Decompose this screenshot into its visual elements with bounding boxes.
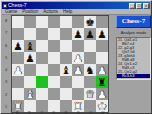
- square-b5[interactable]: ♟: [24, 52, 36, 64]
- file-label-c: C: [36, 111, 48, 114]
- square-g8[interactable]: ♚: [84, 16, 96, 28]
- maximize-button[interactable]: □: [136, 3, 142, 9]
- square-c7[interactable]: [36, 28, 48, 40]
- square-h2[interactable]: ♟: [96, 88, 108, 100]
- square-h8[interactable]: [96, 16, 108, 28]
- rank-labels: 87654321: [3, 15, 9, 113]
- black-bishop-piece[interactable]: ♝: [24, 40, 36, 52]
- square-b6[interactable]: ♝: [24, 40, 36, 52]
- black-pawn-piece[interactable]: ♟: [12, 40, 24, 52]
- square-d4[interactable]: [48, 64, 60, 76]
- square-g7[interactable]: ♟: [84, 28, 96, 40]
- square-e3[interactable]: [60, 76, 72, 88]
- minimize-button[interactable]: _: [129, 3, 135, 9]
- square-h3[interactable]: ♜: [96, 76, 108, 88]
- file-label-d: D: [48, 111, 60, 114]
- square-g6[interactable]: [84, 40, 96, 52]
- white-pawn-piece[interactable]: ♟: [96, 64, 108, 76]
- square-d3[interactable]: [48, 76, 60, 88]
- square-f2[interactable]: [72, 88, 84, 100]
- file-label-g: G: [85, 111, 97, 114]
- square-e7[interactable]: [60, 28, 72, 40]
- square-b4[interactable]: [24, 64, 36, 76]
- square-f5[interactable]: ♟: [72, 52, 84, 64]
- square-f6[interactable]: [72, 40, 84, 52]
- square-e5[interactable]: [60, 52, 72, 64]
- menu-item-game[interactable]: Game: [5, 9, 17, 14]
- square-g4[interactable]: ♞: [84, 64, 96, 76]
- square-e6[interactable]: [60, 40, 72, 52]
- square-e8[interactable]: [60, 16, 72, 28]
- square-f8[interactable]: [72, 16, 84, 28]
- white-pawn-piece[interactable]: ♟: [12, 64, 24, 76]
- square-g3[interactable]: [84, 76, 96, 88]
- square-b3[interactable]: [24, 76, 36, 88]
- square-f4[interactable]: ♟: [72, 64, 84, 76]
- black-pawn-piece[interactable]: ♟: [72, 28, 84, 40]
- square-h4[interactable]: ♟: [96, 64, 108, 76]
- rank-label-2: 2: [3, 89, 9, 101]
- rank-label-4: 4: [3, 64, 9, 76]
- square-c8[interactable]: [36, 16, 48, 28]
- mode-label: Analyze mode: [114, 30, 152, 36]
- square-d2[interactable]: [48, 88, 60, 100]
- square-f7[interactable]: ♟: [72, 28, 84, 40]
- square-c5[interactable]: [36, 52, 48, 64]
- square-a3[interactable]: [12, 76, 24, 88]
- chess7-window: Chess-7 _ □ x GamePositionActionsHelp 87…: [0, 0, 152, 114]
- rank-label-8: 8: [3, 15, 9, 27]
- white-pawn-piece[interactable]: ♟: [96, 88, 108, 100]
- close-button[interactable]: x: [143, 3, 149, 9]
- square-b8[interactable]: [24, 16, 36, 28]
- white-pawn-piece[interactable]: ♟: [72, 52, 84, 64]
- square-d8[interactable]: [48, 16, 60, 28]
- square-a6[interactable]: ♟: [12, 40, 24, 52]
- rank-label-6: 6: [3, 40, 9, 52]
- chess-board[interactable]: ♚♟♟♟♟♝♟♟♟♝♟♞♟♜♝♛♟♜♜♚: [11, 15, 109, 113]
- square-c2[interactable]: [36, 88, 48, 100]
- rank-label-3: 3: [3, 76, 9, 88]
- file-label-f: F: [72, 111, 84, 114]
- file-label-a: A: [11, 111, 23, 114]
- black-king-piece[interactable]: ♚: [84, 16, 96, 28]
- menu-item-actions[interactable]: Actions: [43, 9, 58, 14]
- black-pawn-piece[interactable]: ♟: [84, 28, 96, 40]
- rank-label-1: 1: [3, 101, 9, 113]
- file-labels: ABCDEFGH: [11, 111, 109, 114]
- square-h5[interactable]: [96, 52, 108, 64]
- square-c4[interactable]: [36, 64, 48, 76]
- square-a5[interactable]: [12, 52, 24, 64]
- file-label-h: H: [97, 111, 109, 114]
- square-d5[interactable]: [48, 52, 60, 64]
- square-b7[interactable]: [24, 28, 36, 40]
- square-d7[interactable]: [48, 28, 60, 40]
- square-a4[interactable]: ♟: [12, 64, 24, 76]
- app-icon: [3, 4, 7, 8]
- file-label-e: E: [60, 111, 72, 114]
- square-f3[interactable]: [72, 76, 84, 88]
- black-knight-piece[interactable]: ♞: [84, 64, 96, 76]
- black-rook-piece[interactable]: ♜: [96, 76, 108, 88]
- white-pawn-piece[interactable]: ♟: [72, 64, 84, 76]
- black-pawn-piece[interactable]: ♟: [96, 28, 108, 40]
- black-pawn-piece[interactable]: ♟: [24, 52, 36, 64]
- square-a2[interactable]: [12, 88, 24, 100]
- square-c3[interactable]: [36, 76, 48, 88]
- square-h7[interactable]: ♟: [96, 28, 108, 40]
- square-g2[interactable]: ♛: [84, 88, 96, 100]
- chess7-logo: Chess-7: [116, 15, 151, 28]
- move-list[interactable]: 21. Qd1-e1Bb7-e422. g2-g3Qe7-h423. g3xh4…: [116, 37, 151, 80]
- file-label-b: B: [23, 111, 35, 114]
- menu-item-help[interactable]: Help: [63, 9, 72, 14]
- square-e4[interactable]: ♝: [60, 64, 72, 76]
- white-bishop-piece[interactable]: ♝: [24, 88, 36, 100]
- square-a8[interactable]: [12, 16, 24, 28]
- rank-label-5: 5: [3, 52, 9, 64]
- square-a7[interactable]: [12, 28, 24, 40]
- square-e2[interactable]: [60, 88, 72, 100]
- menu-item-position[interactable]: Position: [22, 9, 38, 14]
- square-d6[interactable]: [48, 40, 60, 52]
- black-bishop-piece[interactable]: ♝: [60, 64, 72, 76]
- square-c6[interactable]: [36, 40, 48, 52]
- window-title: Chess-7: [8, 2, 27, 8]
- title-bar[interactable]: Chess-7 _ □ x: [2, 2, 150, 9]
- square-b2[interactable]: ♝: [24, 88, 36, 100]
- square-h6[interactable]: [96, 40, 108, 52]
- rank-label-7: 7: [3, 27, 9, 39]
- white-queen-piece[interactable]: ♛: [84, 88, 96, 100]
- square-g5[interactable]: [84, 52, 96, 64]
- move-list-item[interactable]: Rc3-h3: [117, 74, 150, 78]
